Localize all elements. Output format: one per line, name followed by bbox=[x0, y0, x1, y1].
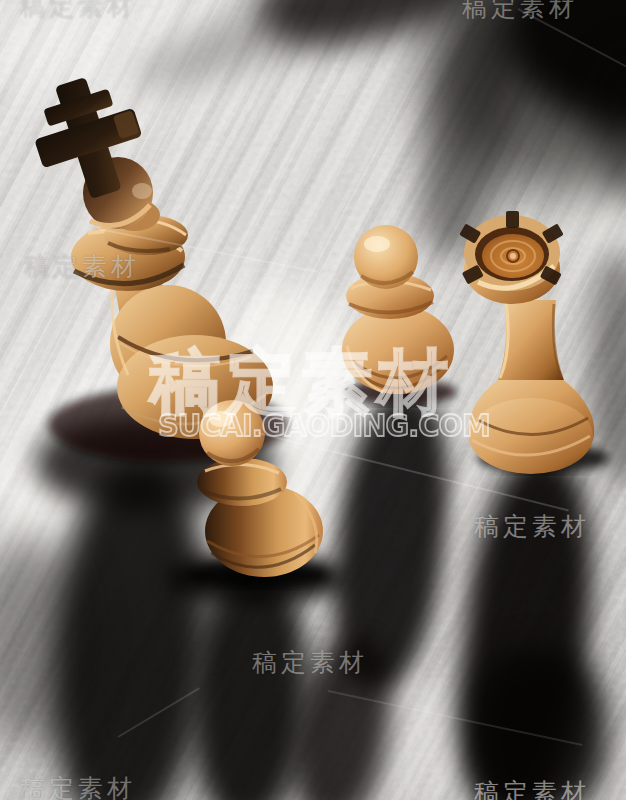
watermark-small-mid-left: 稿定素材 bbox=[24, 250, 140, 283]
watermark-small-top-right: 稿定素材 bbox=[462, 0, 578, 24]
shadow-left-edge-lower bbox=[0, 536, 86, 746]
watermark-small-bottom-left: 稿定素材 bbox=[20, 772, 136, 800]
watermark-small-bottom-right: 稿定素材 bbox=[474, 776, 590, 800]
rook-body bbox=[498, 300, 564, 380]
watermark-small-mid-right: 稿定素材 bbox=[474, 510, 590, 543]
watermark-brand-url: SUCAI.GAODING.COM bbox=[158, 407, 490, 443]
rook-turret-top bbox=[459, 211, 564, 304]
watermark-small-top-left: 稿定素材 bbox=[20, 0, 136, 23]
front-pawn-collar bbox=[197, 458, 287, 506]
center-pawn-head bbox=[354, 225, 418, 289]
chess-photo-scene: 稿定素材 稿定素材 稿定素材 稿定素材 稿定素材 稿定素材 稿定素材 稿定素材 … bbox=[0, 0, 626, 800]
watermark-small-bottom-center: 稿定素材 bbox=[252, 646, 368, 679]
